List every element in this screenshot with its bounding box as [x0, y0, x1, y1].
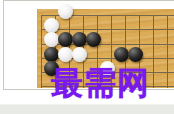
- stone-black: ●: [128, 47, 143, 62]
- stone-white: ●: [58, 4, 73, 19]
- stone-white: ●: [44, 18, 59, 33]
- stone-black: ●: [44, 47, 59, 62]
- stone-black: ●: [72, 32, 87, 47]
- stone-white: ●: [44, 32, 59, 47]
- stone-black: ●: [58, 32, 73, 47]
- watermark-text: 最需网: [51, 62, 150, 106]
- stone-black: ●: [86, 32, 101, 47]
- stone-white: ●: [58, 47, 73, 62]
- stone-white: ●: [72, 47, 87, 62]
- stone-black: ●: [114, 47, 129, 62]
